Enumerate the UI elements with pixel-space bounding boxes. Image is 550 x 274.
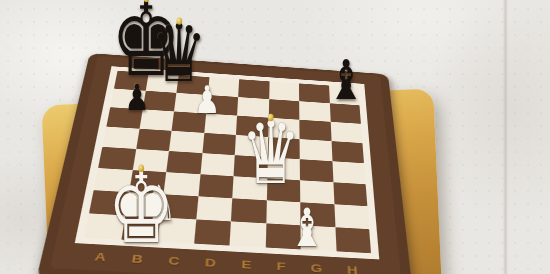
board-square bbox=[300, 225, 336, 251]
board-square bbox=[198, 174, 234, 198]
board-square bbox=[89, 190, 129, 215]
board-square bbox=[268, 99, 299, 120]
board-square bbox=[269, 81, 299, 101]
board-square bbox=[121, 215, 161, 241]
board-square bbox=[129, 170, 167, 194]
board-square bbox=[174, 93, 207, 114]
board-square bbox=[335, 227, 371, 253]
board-square bbox=[206, 95, 239, 116]
board-square bbox=[194, 219, 231, 245]
file-label: E bbox=[241, 258, 253, 271]
board-square bbox=[300, 159, 333, 182]
board-square bbox=[196, 196, 232, 221]
board-square bbox=[266, 178, 300, 202]
board-square bbox=[332, 161, 366, 184]
board-square bbox=[299, 83, 329, 103]
board-square bbox=[110, 89, 145, 110]
board-square bbox=[94, 168, 133, 192]
board-square bbox=[268, 118, 300, 139]
board-square bbox=[334, 204, 369, 229]
board-square bbox=[235, 135, 268, 157]
board-square bbox=[333, 182, 367, 206]
board-square bbox=[267, 137, 299, 159]
board-square bbox=[266, 200, 301, 225]
board-square bbox=[102, 127, 139, 149]
board-square bbox=[166, 151, 202, 174]
board-square bbox=[299, 101, 330, 122]
board-square bbox=[172, 111, 206, 132]
board-square bbox=[125, 192, 164, 217]
board-square bbox=[231, 198, 266, 223]
board-square bbox=[84, 213, 125, 239]
board-square bbox=[329, 103, 361, 124]
board-square bbox=[163, 172, 200, 196]
board-square bbox=[204, 114, 237, 135]
board-square bbox=[300, 180, 334, 204]
board-square bbox=[114, 71, 148, 91]
board-square bbox=[234, 155, 268, 178]
board-squares bbox=[84, 71, 371, 253]
board-square bbox=[176, 75, 209, 95]
board-square bbox=[142, 91, 176, 112]
board-square bbox=[300, 202, 335, 227]
board-square bbox=[98, 147, 136, 170]
board-square bbox=[232, 176, 267, 200]
board-square bbox=[136, 129, 172, 151]
board-square bbox=[267, 157, 300, 180]
board-square bbox=[139, 109, 174, 130]
board-square bbox=[238, 79, 269, 99]
file-label: G bbox=[311, 262, 324, 274]
board-square bbox=[160, 194, 198, 219]
file-label: D bbox=[205, 256, 218, 269]
board-square bbox=[145, 73, 178, 93]
board-square bbox=[330, 122, 362, 143]
board-square bbox=[200, 153, 235, 176]
board-square bbox=[132, 149, 169, 172]
file-label: A bbox=[94, 250, 109, 264]
board-square bbox=[157, 217, 195, 243]
board-square bbox=[230, 221, 266, 247]
file-label: H bbox=[347, 264, 360, 274]
board-square bbox=[202, 133, 236, 155]
board-square bbox=[331, 141, 364, 163]
board-square bbox=[299, 120, 331, 141]
board-square bbox=[329, 85, 360, 105]
file-label: F bbox=[276, 260, 286, 273]
board-square bbox=[169, 131, 204, 153]
board-square bbox=[300, 139, 332, 161]
board-square bbox=[207, 77, 239, 97]
file-label: B bbox=[131, 252, 145, 266]
photo-stage: ABCDEFGH ♚♛♝♟♟♛♞♚♝ bbox=[0, 0, 550, 274]
board-margin bbox=[75, 66, 380, 259]
file-label: C bbox=[168, 254, 182, 267]
board-square bbox=[237, 97, 269, 118]
board-square bbox=[236, 116, 268, 137]
board-square bbox=[265, 223, 300, 249]
cake-top-board-frame: ABCDEFGH bbox=[50, 56, 402, 274]
board-square bbox=[106, 107, 142, 129]
